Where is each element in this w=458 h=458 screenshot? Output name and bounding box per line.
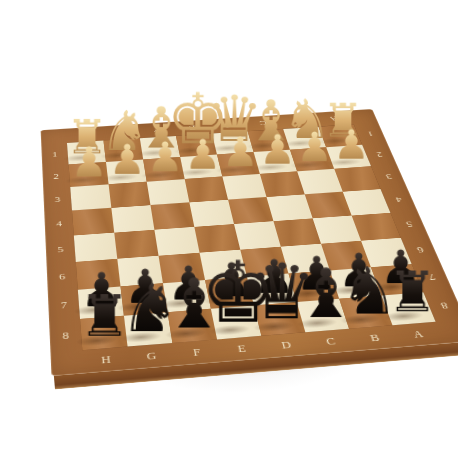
- file-label-far-G: G: [102, 124, 140, 141]
- file-label-far-H: H: [66, 126, 104, 143]
- file-label-far-C: C: [244, 115, 284, 131]
- square-h8[interactable]: ♜: [80, 316, 128, 351]
- file-label-far-E: E: [173, 120, 212, 136]
- file-label-far-D: D: [208, 117, 247, 133]
- file-label-far-B: B: [279, 113, 319, 129]
- piece-black-rook-h8[interactable]: ♜: [55, 231, 154, 344]
- scene: HGFEDCBA HGFEDCBA 12345678 12345678 ♜♞♝♚…: [0, 0, 458, 458]
- product-photo: HGFEDCBA HGFEDCBA 12345678 12345678 ♜♞♝♚…: [0, 0, 458, 458]
- square-h2[interactable]: ♟: [69, 162, 109, 187]
- chess-board: HGFEDCBA HGFEDCBA 12345678 12345678 ♜♞♝♚…: [41, 109, 458, 376]
- file-label-far-A: A: [313, 111, 353, 127]
- file-label-far-F: F: [138, 122, 176, 138]
